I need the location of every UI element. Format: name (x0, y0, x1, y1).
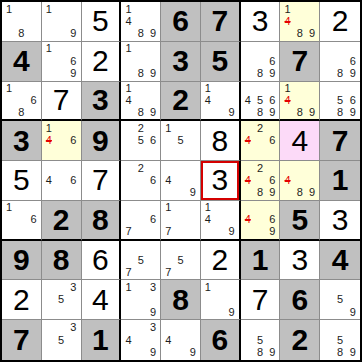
cell-r2c5[interactable]: 3 (161, 42, 201, 82)
cell-r9c5[interactable]: 49 (161, 320, 201, 360)
candidate-9: 9 (346, 346, 359, 359)
cell-r3c8[interactable]: 1489 (280, 82, 320, 122)
candidate-slot-empty (281, 187, 293, 199)
cell-r1c3[interactable]: 5 (82, 2, 122, 42)
cell-r6c5[interactable]: 17 (161, 201, 201, 241)
candidate-slot-empty (135, 266, 147, 278)
candidate-grid: 589 (242, 321, 279, 359)
cell-r1c5[interactable]: 6 (161, 2, 201, 42)
candidate-1: 1 (162, 202, 174, 214)
candidate-9: 9 (346, 67, 359, 79)
cell-r9c1[interactable]: 7 (2, 320, 42, 360)
candidate-grid: 149 (202, 202, 238, 238)
candidate-slot-empty (147, 202, 159, 214)
candidate-slot-empty (55, 187, 67, 199)
cell-r4c5[interactable]: 15 (161, 121, 201, 161)
cell-r5c1[interactable]: 5 (2, 161, 42, 201)
candidate-slot-empty (174, 266, 186, 278)
candidate-6: 6 (28, 214, 40, 226)
cell-r8c3[interactable]: 4 (82, 280, 122, 320)
candidate-8: 8 (334, 346, 347, 359)
cell-r1c1[interactable]: 18 (2, 2, 42, 42)
cell-r1c9[interactable]: 2 (320, 2, 360, 42)
candidate-slot-empty (242, 321, 254, 334)
candidate-8: 8 (334, 67, 347, 79)
candidate-6: 6 (67, 174, 79, 186)
candidate-slot-empty (122, 242, 134, 254)
candidate-slot-empty (266, 162, 278, 174)
cell-r8c7[interactable]: 7 (241, 280, 281, 320)
candidate-slot-empty (147, 187, 159, 199)
cell-r5c4[interactable]: 26 (121, 161, 161, 201)
candidate-slot-empty (174, 346, 186, 359)
candidate-8: 8 (294, 106, 306, 118)
solved-digit: 6 (82, 241, 120, 280)
candidate-slot-empty (242, 147, 254, 159)
candidate-slot-empty (135, 15, 147, 27)
candidate-9: 9 (147, 106, 159, 118)
cell-r3c4[interactable]: 1489 (121, 82, 161, 122)
cell-r5c2[interactable]: 46 (42, 161, 82, 201)
candidate-slot-empty (67, 147, 79, 159)
candidate-slot-empty (321, 281, 334, 293)
candidate-slot-empty (174, 214, 186, 226)
candidate-slot-empty (28, 202, 40, 214)
solved-digit: 2 (201, 241, 239, 280)
candidate-slot-empty (122, 147, 134, 159)
candidate-5: 5 (334, 294, 347, 306)
cell-r4c7[interactable]: 246 (241, 121, 281, 161)
cell-r6c2[interactable]: 2 (42, 201, 82, 241)
cell-r6c8[interactable]: 5 (280, 201, 320, 241)
cell-r6c4[interactable]: 67 (121, 201, 161, 241)
candidate-4: 4 (202, 214, 214, 226)
candidate-9: 9 (306, 28, 318, 40)
candidate-8: 8 (294, 187, 306, 199)
candidate-slot-empty (294, 162, 306, 174)
candidate-slot-empty (346, 294, 359, 306)
candidate-slot-empty (242, 162, 254, 174)
solved-digit: 3 (201, 161, 239, 200)
candidate-1: 1 (202, 281, 214, 293)
candidate-grid: 256 (122, 122, 159, 159)
candidate-slot-empty (55, 28, 67, 40)
candidate-slot-empty (306, 174, 318, 186)
candidate-slot-empty (242, 122, 254, 134)
cell-r5c6[interactable]: 3 (201, 161, 241, 201)
cell-r2c3[interactable]: 2 (82, 42, 122, 82)
candidate-slot-empty (174, 162, 186, 174)
cell-r7c9[interactable]: 4 (320, 241, 360, 281)
candidate-slot-empty (254, 43, 266, 55)
candidate-6: 6 (147, 174, 159, 186)
given-digit: 9 (82, 121, 120, 160)
candidate-slot-empty (135, 43, 147, 55)
candidate-slot-empty (214, 294, 226, 306)
cell-r2c7[interactable]: 689 (241, 42, 281, 82)
cell-r3c7[interactable]: 45689 (241, 82, 281, 122)
cell-r6c6[interactable]: 149 (201, 201, 241, 241)
cell-r5c7[interactable]: 24689 (241, 161, 281, 201)
candidate-slot-empty (306, 83, 318, 95)
cell-r2c4[interactable]: 189 (121, 42, 161, 82)
candidate-slot-empty (162, 321, 174, 334)
given-digit: 6 (201, 320, 239, 360)
candidate-slot-empty (202, 306, 214, 318)
candidate-4-eliminated: 4 (242, 135, 254, 147)
candidate-grid: 169 (43, 43, 80, 80)
candidate-1: 1 (281, 3, 293, 15)
candidate-8: 8 (254, 106, 266, 118)
candidate-slot-empty (43, 281, 55, 293)
cell-r1c7[interactable]: 3 (241, 2, 281, 42)
cell-r7c4[interactable]: 57 (121, 241, 161, 281)
candidate-grid: 1489 (122, 3, 159, 40)
candidate-grid: 489 (281, 162, 318, 199)
candidate-slot-empty (15, 3, 27, 15)
candidate-slot-empty (334, 55, 347, 67)
cell-r5c9[interactable]: 1 (320, 161, 360, 201)
candidate-slot-empty (122, 55, 134, 67)
cell-r9c4[interactable]: 349 (121, 320, 161, 360)
cell-r6c3[interactable]: 8 (82, 201, 122, 241)
candidate-9: 9 (266, 226, 278, 238)
cell-r4c2[interactable]: 146 (42, 121, 82, 161)
solved-digit: 2 (2, 280, 41, 319)
cell-r8c9[interactable]: 59 (320, 280, 360, 320)
candidate-grid: 1489 (281, 83, 318, 119)
candidate-grid: 349 (122, 321, 159, 359)
cell-r9c7[interactable]: 589 (241, 320, 281, 360)
cell-r4c1[interactable]: 3 (2, 121, 42, 161)
candidate-slot-empty (187, 334, 199, 347)
candidate-slot-empty (147, 294, 159, 306)
solved-digit: 3 (280, 241, 319, 280)
candidate-slot-empty (55, 135, 67, 147)
candidate-1: 1 (43, 122, 55, 134)
candidate-slot-empty (321, 334, 334, 347)
candidate-slot-empty (122, 28, 134, 40)
candidate-slot-empty (43, 67, 55, 79)
given-digit: 1 (241, 241, 280, 280)
cell-r8c6[interactable]: 19 (201, 280, 241, 320)
cell-r7c5[interactable]: 57 (161, 241, 201, 281)
candidate-slot-empty (28, 28, 40, 40)
candidate-1: 1 (162, 122, 174, 134)
candidate-2: 2 (135, 122, 147, 134)
candidate-9: 9 (147, 67, 159, 79)
cell-r5c5[interactable]: 49 (161, 161, 201, 201)
candidate-9: 9 (67, 28, 79, 40)
candidate-grid: 57 (162, 242, 199, 279)
candidate-grid: 246 (242, 122, 279, 159)
given-digit: 7 (201, 2, 239, 41)
candidate-1: 1 (122, 281, 134, 293)
cell-r8c2[interactable]: 35 (42, 280, 82, 320)
candidate-3: 3 (67, 321, 79, 334)
candidate-grid: 35 (43, 321, 80, 359)
candidate-grid: 24689 (242, 162, 279, 199)
candidate-9: 9 (226, 226, 238, 238)
candidate-grid: 49 (162, 321, 199, 359)
cell-r8c5[interactable]: 8 (161, 280, 201, 320)
candidate-slot-empty (187, 226, 199, 238)
candidate-6: 6 (147, 135, 159, 147)
candidate-slot-empty (187, 202, 199, 214)
candidate-5: 5 (254, 334, 266, 347)
candidate-5: 5 (135, 254, 147, 266)
candidate-slot-empty (226, 83, 238, 95)
cell-r4c4[interactable]: 256 (121, 121, 161, 161)
candidate-grid: 46 (43, 162, 80, 199)
candidate-slot-empty (122, 106, 134, 118)
candidate-9: 9 (306, 106, 318, 118)
given-digit: 9 (2, 241, 41, 280)
candidate-slot-empty (202, 106, 214, 118)
cell-r6c9[interactable]: 3 (320, 201, 360, 241)
candidate-slot-empty (187, 254, 199, 266)
cell-r7c2[interactable]: 8 (42, 241, 82, 281)
candidate-4: 4 (122, 15, 134, 27)
cell-r1c6[interactable]: 7 (201, 2, 241, 42)
candidate-8: 8 (294, 28, 306, 40)
candidate-slot-empty (187, 242, 199, 254)
candidate-slot-empty (242, 334, 254, 347)
candidate-slot-empty (67, 3, 79, 15)
candidate-slot-empty (135, 3, 147, 15)
cell-r3c6[interactable]: 149 (201, 82, 241, 122)
candidate-1: 1 (281, 83, 293, 95)
candidate-slot-empty (122, 174, 134, 186)
candidate-slot-empty (3, 214, 15, 226)
cell-r9c6[interactable]: 6 (201, 320, 241, 360)
candidate-6: 6 (266, 135, 278, 147)
candidate-slot-empty (3, 106, 15, 118)
candidate-6: 6 (67, 135, 79, 147)
candidate-4: 4 (122, 334, 134, 347)
cell-r8c1[interactable]: 2 (2, 280, 42, 320)
candidate-grid: 59 (321, 281, 359, 318)
cell-r3c1[interactable]: 168 (2, 82, 42, 122)
cell-r7c7[interactable]: 1 (241, 241, 281, 281)
candidate-6: 6 (147, 214, 159, 226)
candidate-5: 5 (174, 135, 186, 147)
candidate-slot-empty (214, 306, 226, 318)
candidate-9: 9 (266, 187, 278, 199)
given-digit: 4 (320, 241, 360, 280)
cell-r4c8[interactable]: 4 (280, 121, 320, 161)
candidate-slot-empty (147, 242, 159, 254)
cell-r7c6[interactable]: 2 (201, 241, 241, 281)
solved-digit: 4 (82, 280, 120, 319)
cell-r3c9[interactable]: 5689 (320, 82, 360, 122)
candidate-4: 4 (242, 94, 254, 106)
candidate-6: 6 (67, 55, 79, 67)
candidate-slot-empty (135, 321, 147, 334)
candidate-slot-empty (135, 214, 147, 226)
candidate-slot-empty (187, 135, 199, 147)
candidate-slot-empty (122, 214, 134, 226)
candidate-slot-empty (147, 55, 159, 67)
cell-r1c8[interactable]: 1489 (280, 2, 320, 42)
cell-r9c2[interactable]: 35 (42, 320, 82, 360)
candidate-slot-empty (266, 122, 278, 134)
given-digit: 1 (82, 320, 120, 360)
cell-r2c1[interactable]: 4 (2, 42, 42, 82)
cell-r2c6[interactable]: 5 (201, 42, 241, 82)
candidate-slot-empty (147, 147, 159, 159)
cell-r5c3[interactable]: 7 (82, 161, 122, 201)
candidate-slot-empty (67, 162, 79, 174)
candidate-slot-empty (122, 294, 134, 306)
given-digit: 5 (201, 42, 239, 81)
candidate-1: 1 (122, 43, 134, 55)
candidate-slot-empty (147, 266, 159, 278)
candidate-2: 2 (254, 122, 266, 134)
cell-r7c1[interactable]: 9 (2, 241, 42, 281)
candidate-slot-empty (266, 83, 278, 95)
cell-r1c2[interactable]: 19 (42, 2, 82, 42)
candidate-slot-empty (254, 226, 266, 238)
candidate-slot-empty (242, 346, 254, 359)
solved-digit: 7 (82, 161, 120, 200)
candidate-grid: 589 (321, 321, 359, 359)
candidate-slot-empty (306, 3, 318, 15)
candidate-3: 3 (147, 321, 159, 334)
candidate-slot-empty (147, 83, 159, 95)
cell-r3c3[interactable]: 3 (82, 82, 122, 122)
solved-digit: 4 (280, 121, 319, 160)
given-digit: 8 (161, 280, 200, 319)
candidate-slot-empty (226, 281, 238, 293)
candidate-slot-empty (28, 3, 40, 15)
candidate-grid: 19 (43, 3, 80, 40)
candidate-slot-empty (162, 242, 174, 254)
solved-digit: 7 (42, 82, 81, 120)
cell-r6c7[interactable]: 469 (241, 201, 281, 241)
candidate-slot-empty (135, 202, 147, 214)
candidate-slot-empty (281, 162, 293, 174)
candidate-1: 1 (3, 202, 15, 214)
cell-r3c5[interactable]: 2 (161, 82, 201, 122)
candidate-slot-empty (122, 321, 134, 334)
candidate-slot-empty (187, 174, 199, 186)
cell-r7c3[interactable]: 6 (82, 241, 122, 281)
candidate-9: 9 (346, 306, 359, 318)
cell-r7c8[interactable]: 3 (280, 241, 320, 281)
candidate-slot-empty (3, 15, 15, 27)
cell-r8c4[interactable]: 139 (121, 280, 161, 320)
candidate-slot-empty (55, 122, 67, 134)
candidate-4: 4 (43, 174, 55, 186)
candidate-1: 1 (43, 3, 55, 15)
candidate-slot-empty (334, 43, 347, 55)
candidate-grid: 67 (122, 202, 159, 238)
candidate-grid: 57 (122, 242, 159, 279)
candidate-slot-empty (135, 294, 147, 306)
cell-r4c9[interactable]: 7 (320, 121, 360, 161)
candidate-8: 8 (135, 106, 147, 118)
solved-digit: 3 (241, 2, 280, 41)
candidate-slot-empty (242, 106, 254, 118)
candidate-slot-empty (43, 321, 55, 334)
candidate-slot-empty (122, 67, 134, 79)
candidate-6: 6 (266, 55, 278, 67)
cell-r3c2[interactable]: 7 (42, 82, 82, 122)
given-digit: 4 (2, 42, 41, 81)
solved-digit: 2 (82, 42, 120, 81)
candidate-slot-empty (321, 43, 334, 55)
cell-r9c8[interactable]: 2 (280, 320, 320, 360)
candidate-slot-empty (147, 122, 159, 134)
candidate-slot-empty (122, 122, 134, 134)
candidate-slot-empty (122, 202, 134, 214)
candidate-slot-empty (147, 334, 159, 347)
cell-r2c9[interactable]: 689 (320, 42, 360, 82)
candidate-7: 7 (122, 226, 134, 238)
candidate-grid: 17 (162, 202, 199, 238)
cell-r8c8[interactable]: 6 (280, 280, 320, 320)
candidate-slot-empty (162, 214, 174, 226)
candidate-5: 5 (55, 334, 67, 347)
candidate-slot-empty (43, 28, 55, 40)
candidate-slot-empty (15, 83, 27, 95)
candidate-slot-empty (306, 15, 318, 27)
candidate-grid: 1489 (122, 83, 159, 119)
candidate-slot-empty (162, 162, 174, 174)
candidate-slot-empty (122, 254, 134, 266)
candidate-1: 1 (122, 83, 134, 95)
candidate-slot-empty (281, 28, 293, 40)
given-digit: 8 (42, 241, 81, 280)
candidate-slot-empty (242, 187, 254, 199)
candidate-slot-empty (55, 55, 67, 67)
candidate-9: 9 (147, 346, 159, 359)
cell-r9c3[interactable]: 1 (82, 320, 122, 360)
cell-r4c3[interactable]: 9 (82, 121, 122, 161)
candidate-slot-empty (266, 321, 278, 334)
candidate-slot-empty (43, 55, 55, 67)
candidate-7: 7 (162, 266, 174, 278)
candidate-slot-empty (294, 15, 306, 27)
candidate-slot-empty (122, 162, 134, 174)
candidate-9: 9 (67, 67, 79, 79)
cell-r5c8[interactable]: 489 (280, 161, 320, 201)
candidate-slot-empty (147, 43, 159, 55)
candidate-grid: 49 (162, 162, 199, 199)
solved-digit: 7 (241, 280, 280, 319)
candidate-8: 8 (254, 187, 266, 199)
candidate-slot-empty (43, 346, 55, 359)
candidate-8: 8 (15, 28, 27, 40)
candidate-slot-empty (55, 3, 67, 15)
cell-r4c6[interactable]: 8 (201, 121, 241, 161)
cell-r2c2[interactable]: 169 (42, 42, 82, 82)
candidate-slot-empty (67, 15, 79, 27)
candidate-slot-empty (202, 226, 214, 238)
candidate-slot-empty (346, 334, 359, 347)
cell-r6c1[interactable]: 16 (2, 201, 42, 241)
cell-r2c8[interactable]: 7 (280, 42, 320, 82)
candidate-slot-empty (43, 294, 55, 306)
candidate-6: 6 (266, 174, 278, 186)
cell-r9c9[interactable]: 589 (320, 320, 360, 360)
candidate-9: 9 (226, 306, 238, 318)
candidate-slot-empty (135, 346, 147, 359)
given-digit: 8 (82, 201, 120, 239)
candidate-slot-empty (55, 306, 67, 318)
cell-r1c4[interactable]: 1489 (121, 2, 161, 42)
